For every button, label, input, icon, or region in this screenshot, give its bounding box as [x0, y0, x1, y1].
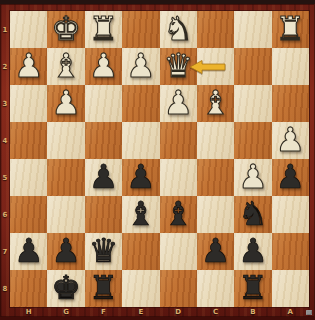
square-h7[interactable]: ♟ [10, 233, 47, 270]
square-d6[interactable]: ♝ [160, 196, 197, 233]
black-bishop-piece[interactable]: ♝ [163, 197, 193, 230]
square-b6[interactable]: ♞ [234, 196, 271, 233]
square-f4[interactable] [85, 122, 122, 159]
white-pawn-piece[interactable]: ♟ [14, 49, 44, 82]
square-a3[interactable] [272, 85, 309, 122]
file-label-h: H [10, 306, 47, 317]
black-rook-piece[interactable]: ♜ [89, 271, 119, 304]
square-c7[interactable]: ♟ [197, 233, 234, 270]
white-pawn-piece[interactable]: ♟ [89, 49, 119, 82]
square-g7[interactable]: ♟ [47, 233, 84, 270]
square-f8[interactable]: ♜ [85, 270, 122, 307]
square-g3[interactable]: ♟ [47, 85, 84, 122]
rank-label-5: 5 [0, 159, 10, 196]
square-a7[interactable] [272, 233, 309, 270]
square-c1[interactable] [197, 11, 234, 48]
square-h2[interactable]: ♟ [10, 48, 47, 85]
square-a8[interactable] [272, 270, 309, 307]
square-h1[interactable] [10, 11, 47, 48]
white-pawn-piece[interactable]: ♟ [163, 86, 193, 119]
file-label-d: D [160, 306, 197, 317]
square-g5[interactable] [47, 159, 84, 196]
resize-grip-dot [306, 310, 312, 315]
square-f5[interactable]: ♟ [85, 159, 122, 196]
white-pawn-piece[interactable]: ♟ [276, 123, 306, 156]
square-c4[interactable] [197, 122, 234, 159]
last-move-arrow-icon [189, 59, 227, 75]
square-d8[interactable] [160, 270, 197, 307]
square-g2[interactable]: ♝ [47, 48, 84, 85]
square-b3[interactable] [234, 85, 271, 122]
white-pawn-piece[interactable]: ♟ [126, 49, 156, 82]
square-f1[interactable]: ♜ [85, 11, 122, 48]
black-pawn-piece[interactable]: ♟ [276, 160, 306, 193]
arrow-shape [190, 61, 225, 74]
square-d3[interactable]: ♟ [160, 85, 197, 122]
white-pawn-piece[interactable]: ♟ [238, 160, 268, 193]
square-e6[interactable]: ♝ [122, 196, 159, 233]
square-b7[interactable]: ♟ [234, 233, 271, 270]
black-pawn-piece[interactable]: ♟ [51, 234, 81, 267]
square-c5[interactable] [197, 159, 234, 196]
white-pawn-piece[interactable]: ♟ [51, 86, 81, 119]
square-c3[interactable]: ♝ [197, 85, 234, 122]
square-g8[interactable]: ♚ [47, 270, 84, 307]
square-e3[interactable] [122, 85, 159, 122]
rank-label-7: 7 [0, 233, 10, 270]
black-rook-piece[interactable]: ♜ [238, 271, 268, 304]
square-a2[interactable] [272, 48, 309, 85]
rank-label-8: 8 [0, 270, 10, 307]
chess-board: ♚♜♞♜♟♝♟♟♛♟♟♝♟♟♟♟♟♝♝♞♟♟♛♟♟♚♜♜ [10, 11, 309, 307]
square-b8[interactable]: ♜ [234, 270, 271, 307]
square-g6[interactable] [47, 196, 84, 233]
black-knight-piece[interactable]: ♞ [238, 197, 268, 230]
black-pawn-piece[interactable]: ♟ [126, 160, 156, 193]
square-e8[interactable] [122, 270, 159, 307]
rank-label-2: 2 [0, 48, 10, 85]
white-bishop-piece[interactable]: ♝ [201, 86, 231, 119]
white-rook-piece[interactable]: ♜ [276, 12, 306, 45]
rank-label-1: 1 [0, 11, 10, 48]
square-h3[interactable] [10, 85, 47, 122]
square-d1[interactable]: ♞ [160, 11, 197, 48]
file-label-f: F [85, 306, 122, 317]
square-f3[interactable] [85, 85, 122, 122]
square-e2[interactable]: ♟ [122, 48, 159, 85]
black-pawn-piece[interactable]: ♟ [89, 160, 119, 193]
white-king-piece[interactable]: ♚ [51, 12, 81, 45]
square-e4[interactable] [122, 122, 159, 159]
square-h4[interactable] [10, 122, 47, 159]
square-b1[interactable] [234, 11, 271, 48]
square-b5[interactable]: ♟ [234, 159, 271, 196]
square-d7[interactable] [160, 233, 197, 270]
file-label-c: C [197, 306, 234, 317]
square-d5[interactable] [160, 159, 197, 196]
square-a4[interactable]: ♟ [272, 122, 309, 159]
black-pawn-piece[interactable]: ♟ [238, 234, 268, 267]
white-bishop-piece[interactable]: ♝ [51, 49, 81, 82]
file-label-g: G [47, 306, 84, 317]
square-b2[interactable] [234, 48, 271, 85]
square-a6[interactable] [272, 196, 309, 233]
square-f7[interactable]: ♛ [85, 233, 122, 270]
white-knight-piece[interactable]: ♞ [163, 12, 193, 45]
rank-label-3: 3 [0, 85, 10, 122]
black-pawn-piece[interactable]: ♟ [201, 234, 231, 267]
file-label-a: A [272, 306, 309, 317]
square-h5[interactable] [10, 159, 47, 196]
square-d4[interactable] [160, 122, 197, 159]
square-a5[interactable]: ♟ [272, 159, 309, 196]
square-f2[interactable]: ♟ [85, 48, 122, 85]
square-h6[interactable] [10, 196, 47, 233]
square-g1[interactable]: ♚ [47, 11, 84, 48]
black-pawn-piece[interactable]: ♟ [14, 234, 44, 267]
white-rook-piece[interactable]: ♜ [89, 12, 119, 45]
square-e7[interactable] [122, 233, 159, 270]
black-king-piece[interactable]: ♚ [51, 271, 81, 304]
square-e5[interactable]: ♟ [122, 159, 159, 196]
file-label-e: E [122, 306, 159, 317]
chess-board-window: ♚♜♞♜♟♝♟♟♛♟♟♝♟♟♟♟♟♝♝♞♟♟♛♟♟♚♜♜ 12345678 HG… [0, 0, 315, 320]
square-c6[interactable] [197, 196, 234, 233]
square-b4[interactable] [234, 122, 271, 159]
square-h8[interactable] [10, 270, 47, 307]
square-c8[interactable] [197, 270, 234, 307]
black-bishop-piece[interactable]: ♝ [126, 197, 156, 230]
square-a1[interactable]: ♜ [272, 11, 309, 48]
square-g4[interactable] [47, 122, 84, 159]
file-label-b: B [234, 306, 271, 317]
square-e1[interactable] [122, 11, 159, 48]
black-queen-piece[interactable]: ♛ [89, 234, 119, 267]
rank-label-6: 6 [0, 196, 10, 233]
rank-label-4: 4 [0, 122, 10, 159]
square-f6[interactable] [85, 196, 122, 233]
